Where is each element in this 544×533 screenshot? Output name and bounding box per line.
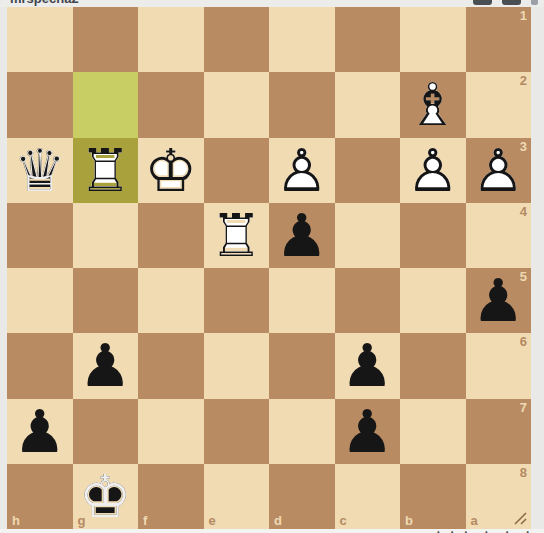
square-c3[interactable] — [335, 138, 401, 203]
black-pawn-icon: ♟ — [73, 333, 139, 398]
black-pawn-d4[interactable]: ♟ — [269, 203, 335, 268]
top-bar: mrspecna2 — [0, 0, 544, 7]
square-a3[interactable]: 3♟♙ — [466, 138, 532, 203]
white-king-icon: ♚ — [138, 138, 204, 203]
square-f3[interactable]: ♚♔ — [138, 138, 204, 203]
square-b3[interactable]: ♟♙ — [400, 138, 466, 203]
square-c5[interactable] — [335, 268, 401, 333]
white-pawn-b3[interactable]: ♟♙ — [400, 138, 466, 203]
square-f7[interactable] — [138, 399, 204, 464]
file-label-d: d — [274, 513, 282, 528]
square-b7[interactable] — [400, 399, 466, 464]
square-g3[interactable]: ♜♖ — [73, 138, 139, 203]
rank-label-1: 1 — [520, 8, 527, 23]
menu-icon[interactable] — [531, 0, 538, 5]
white-bishop-icon: ♝ — [400, 72, 466, 137]
square-g2[interactable] — [73, 72, 139, 137]
square-b2[interactable]: ♝♗ — [400, 72, 466, 137]
black-pawn-g6[interactable]: ♟ — [73, 333, 139, 398]
square-d3[interactable]: ♟♙ — [269, 138, 335, 203]
square-h1[interactable] — [7, 7, 73, 72]
black-pawn-icon: ♟ — [269, 203, 335, 268]
square-b6[interactable] — [400, 333, 466, 398]
square-b8[interactable]: b — [400, 464, 466, 529]
square-g7[interactable] — [73, 399, 139, 464]
square-d4[interactable]: ♟ — [269, 203, 335, 268]
file-label-a: a — [471, 513, 478, 528]
piece-outline-icon: ♙ — [466, 138, 532, 203]
chess-board: 1♝♗2♛♕♜♖♚♔♟♙♟♙3♟♙♜♖♟45♟♟♟6♟♟7hg♚♔fedcb8a — [7, 7, 531, 529]
rank-label-8: 8 — [520, 465, 527, 480]
square-b1[interactable] — [400, 7, 466, 72]
square-h4[interactable] — [7, 203, 73, 268]
toolbar-icons — [473, 0, 538, 5]
board-resize-handle[interactable] — [512, 510, 528, 526]
square-f6[interactable] — [138, 333, 204, 398]
square-e4[interactable]: ♜♖ — [204, 203, 270, 268]
piece-outline-icon: ♔ — [138, 138, 204, 203]
square-a5[interactable]: 5♟ — [466, 268, 532, 333]
file-label-e: e — [209, 513, 216, 528]
square-d8[interactable]: d — [269, 464, 335, 529]
square-d6[interactable] — [269, 333, 335, 398]
white-rook-icon: ♜ — [204, 203, 270, 268]
square-h7[interactable]: ♟ — [7, 399, 73, 464]
player-username: mrspecna2 — [10, 0, 79, 6]
white-king-f3[interactable]: ♚♔ — [138, 138, 204, 203]
square-a6[interactable]: 6 — [466, 333, 532, 398]
black-pawn-icon: ♟ — [335, 333, 401, 398]
square-c4[interactable] — [335, 203, 401, 268]
rank-label-2: 2 — [520, 73, 527, 88]
black-pawn-a5[interactable]: ♟ — [466, 268, 532, 333]
square-d7[interactable] — [269, 399, 335, 464]
square-a8[interactable]: 8a — [466, 464, 532, 529]
file-label-h: h — [12, 513, 20, 528]
file-label-f: f — [143, 513, 147, 528]
square-a1[interactable]: 1 — [466, 7, 532, 72]
square-g8[interactable]: g♚♔ — [73, 464, 139, 529]
square-h6[interactable] — [7, 333, 73, 398]
analysis-icon[interactable] — [473, 0, 492, 5]
square-a4[interactable]: 4 — [466, 203, 532, 268]
square-a7[interactable]: 7 — [466, 399, 532, 464]
white-pawn-icon: ♟ — [400, 138, 466, 203]
black-king-icon: ♚ — [73, 464, 139, 529]
white-bishop-b2[interactable]: ♝♗ — [400, 72, 466, 137]
black-pawn-c6[interactable]: ♟ — [335, 333, 401, 398]
square-a2[interactable]: 2 — [466, 72, 532, 137]
square-d1[interactable] — [269, 7, 335, 72]
square-e7[interactable] — [204, 399, 270, 464]
piece-outline-icon: ♙ — [400, 138, 466, 203]
square-c2[interactable] — [335, 72, 401, 137]
square-b5[interactable] — [400, 268, 466, 333]
square-e8[interactable]: e — [204, 464, 270, 529]
square-e1[interactable] — [204, 7, 270, 72]
rank-label-4: 4 — [520, 204, 527, 219]
bottom-strip: ♟♟♟ ♟ ♟ ♟ — [0, 529, 544, 533]
square-h2[interactable] — [7, 72, 73, 137]
square-h3[interactable]: ♛♕ — [7, 138, 73, 203]
square-c6[interactable]: ♟ — [335, 333, 401, 398]
white-rook-e4[interactable]: ♜♖ — [204, 203, 270, 268]
white-pawn-icon: ♟ — [466, 138, 532, 203]
square-g4[interactable] — [73, 203, 139, 268]
square-c7[interactable]: ♟ — [335, 399, 401, 464]
black-king-g8[interactable]: ♚♔ — [73, 464, 139, 529]
square-g1[interactable] — [73, 7, 139, 72]
square-f4[interactable] — [138, 203, 204, 268]
piece-outline-icon: ♗ — [400, 72, 466, 137]
rank-label-7: 7 — [520, 400, 527, 415]
square-b4[interactable] — [400, 203, 466, 268]
white-pawn-icon: ♟ — [269, 138, 335, 203]
file-label-b: b — [405, 513, 413, 528]
black-queen-h3[interactable]: ♛♕ — [7, 138, 73, 203]
black-pawn-c7[interactable]: ♟ — [335, 399, 401, 464]
piece-outline-icon: ♖ — [73, 138, 139, 203]
square-e3[interactable] — [204, 138, 270, 203]
square-c8[interactable]: c — [335, 464, 401, 529]
square-e2[interactable] — [204, 72, 270, 137]
white-rook-icon: ♜ — [73, 138, 139, 203]
square-e5[interactable] — [204, 268, 270, 333]
square-f8[interactable]: f — [138, 464, 204, 529]
white-rook-g3[interactable]: ♜♖ — [73, 138, 139, 203]
black-queen-icon: ♛ — [7, 138, 73, 203]
captured-pieces: ♟♟♟ ♟ ♟ ♟ — [433, 529, 536, 533]
square-f5[interactable] — [138, 268, 204, 333]
black-pawn-icon: ♟ — [466, 268, 532, 333]
square-g5[interactable] — [73, 268, 139, 333]
piece-outline-icon: ♔ — [73, 464, 139, 529]
piece-outline-icon: ♖ — [204, 203, 270, 268]
square-g6[interactable]: ♟ — [73, 333, 139, 398]
square-f1[interactable] — [138, 7, 204, 72]
black-pawn-icon: ♟ — [335, 399, 401, 464]
piece-outline-icon: ♙ — [269, 138, 335, 203]
white-pawn-d3[interactable]: ♟♙ — [269, 138, 335, 203]
square-e6[interactable] — [204, 333, 270, 398]
square-h8[interactable]: h — [7, 464, 73, 529]
square-c1[interactable] — [335, 7, 401, 72]
black-pawn-icon: ♟ — [7, 399, 73, 464]
black-pawn-h7[interactable]: ♟ — [7, 399, 73, 464]
piece-outline-icon: ♕ — [7, 138, 73, 203]
square-h5[interactable] — [7, 268, 73, 333]
rank-label-6: 6 — [520, 334, 527, 349]
settings-icon[interactable] — [502, 0, 521, 5]
square-d2[interactable] — [269, 72, 335, 137]
square-f2[interactable] — [138, 72, 204, 137]
white-pawn-a3[interactable]: ♟♙ — [466, 138, 532, 203]
square-d5[interactable] — [269, 268, 335, 333]
file-label-c: c — [340, 513, 347, 528]
